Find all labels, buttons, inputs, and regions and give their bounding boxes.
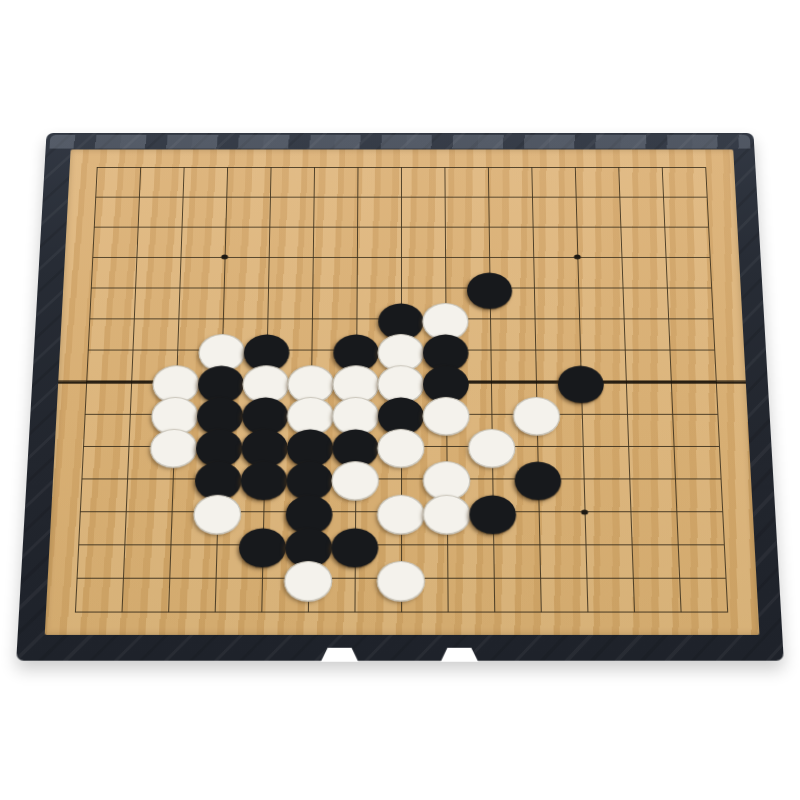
product-photo: ●●●●●●●●●●●●●●●●●●●●●●●●●●●●●●●●●●●●●●●●… [0, 0, 800, 800]
grid-line-vertical [121, 167, 141, 613]
white-stone: ● [374, 550, 428, 602]
frame-top-edge [49, 135, 750, 149]
black-stone: ● [466, 484, 520, 535]
white-stone: ● [281, 550, 336, 602]
star-point [574, 255, 581, 260]
grid-line-vertical [487, 167, 494, 613]
go-board-set: ●●●●●●●●●●●●●●●●●●●●●●●●●●●●●●●●●●●●●●●●… [16, 133, 784, 661]
grid-line-vertical [74, 167, 97, 613]
board-surface: ●●●●●●●●●●●●●●●●●●●●●●●●●●●●●●●●●●●●●●●●… [45, 149, 760, 634]
grid-line-vertical [618, 167, 635, 613]
board-frame: ●●●●●●●●●●●●●●●●●●●●●●●●●●●●●●●●●●●●●●●●… [16, 133, 784, 661]
black-stone: ● [464, 262, 516, 309]
grid-line-vertical [661, 167, 681, 613]
star-point [581, 509, 588, 514]
grid-line-horizontal [81, 478, 720, 479]
grid-line-vertical [705, 167, 728, 613]
star-point [221, 255, 228, 260]
grid-line-horizontal [75, 612, 727, 613]
